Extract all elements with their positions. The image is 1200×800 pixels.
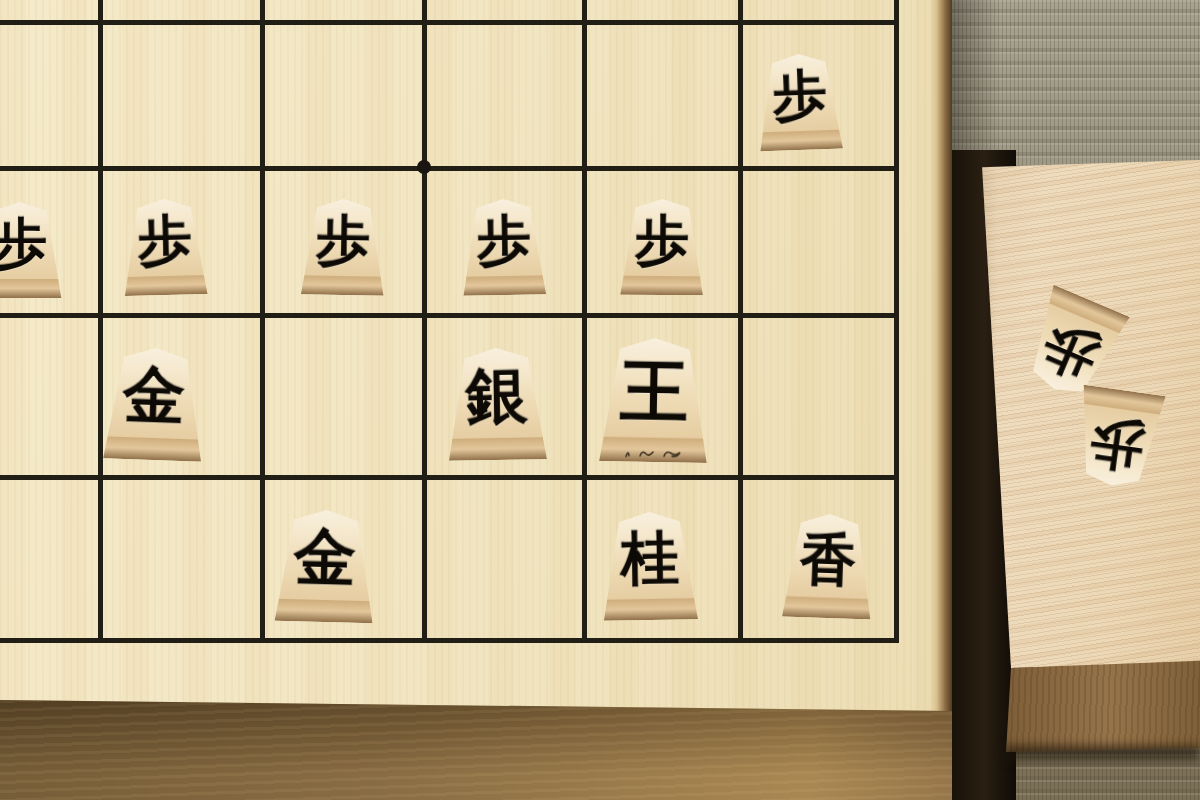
koma-kanji: 香 [799,530,857,603]
koma-pawn-47[interactable]: 歩 [299,198,387,295]
koma-kanji: 歩 [0,216,47,284]
king-signature [620,447,686,460]
koma-kanji: 金 [293,526,357,606]
koma-silver-38[interactable]: 銀 [445,347,549,461]
grid-line [98,0,103,643]
koma-pawn-67[interactable]: 歩 [0,202,63,298]
board-right-edge [930,0,952,712]
grid-line [260,0,265,643]
koma-gold-49[interactable]: 金 [273,509,378,624]
grid-line [422,0,427,643]
grid-line [894,0,899,643]
koma-kanji: 歩 [772,67,828,137]
star-point [417,160,431,174]
grid-line [0,313,899,318]
board-front-face [0,700,952,800]
koma-knight-29[interactable]: 桂 [600,511,700,621]
koma-pawn-57[interactable]: 歩 [121,198,209,296]
koma-kanji: 歩 [315,213,370,282]
koma-pawn-27[interactable]: 歩 [619,199,706,296]
koma-kanji: 王 [619,356,688,443]
grid-line [0,638,899,643]
komadai-shadow [1004,745,1200,761]
koma-kanji: 桂 [620,529,679,604]
koma-kanji: 金 [122,364,187,444]
koma-pawn-16[interactable]: 歩 [755,53,844,152]
grid-line [582,0,587,643]
koma-king-28[interactable]: 王 [597,337,711,463]
grid-line [0,166,899,171]
grid-line [0,475,899,480]
koma-lance-19[interactable]: 香 [780,512,876,619]
koma-kanji: 歩 [635,213,690,281]
shogi-board[interactable]: 歩 歩 歩 歩 歩 歩 金 銀 王 金 [0,0,952,712]
koma-kanji: 歩 [476,213,531,282]
grid-line [0,20,899,25]
shogi-scene: 歩 歩 歩 歩 歩 歩 歩 歩 [0,0,1200,800]
koma-kanji: 歩 [137,212,193,281]
koma-kanji: 銀 [465,364,528,443]
koma-gold-58[interactable]: 金 [101,346,207,461]
koma-kanji: 歩 [1087,401,1150,476]
grid-line [738,0,743,643]
koma-pawn-37[interactable]: 歩 [460,198,548,295]
